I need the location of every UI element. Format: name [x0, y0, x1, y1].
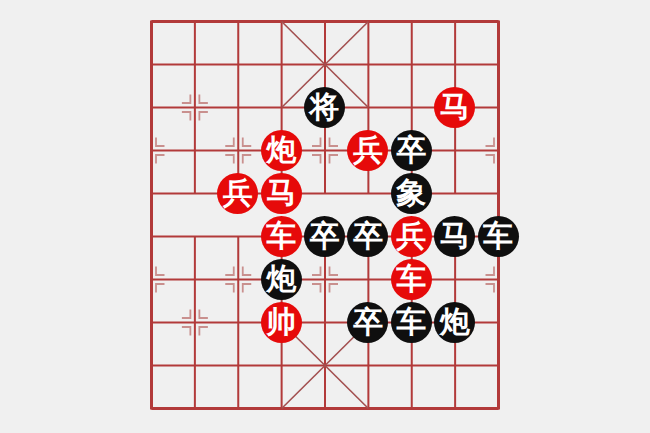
- xiangqi-board-diagram: 将马炮兵卒兵马象车卒卒兵马车炮车帅卒车炮: [0, 0, 650, 433]
- piece-red-soldier[interactable]: 兵: [347, 130, 388, 171]
- piece-red-cannon[interactable]: 炮: [261, 130, 302, 171]
- piece-black-soldier[interactable]: 卒: [347, 216, 388, 257]
- piece-black-chariot[interactable]: 车: [391, 302, 432, 343]
- piece-black-soldier[interactable]: 卒: [347, 302, 388, 343]
- piece-red-general[interactable]: 帅: [261, 302, 302, 343]
- piece-black-general[interactable]: 将: [304, 87, 345, 128]
- pieces-layer: 将马炮兵卒兵马象车卒卒兵马车炮车帅卒车炮: [129, 0, 519, 430]
- piece-black-soldier[interactable]: 卒: [304, 216, 345, 257]
- piece-black-cannon[interactable]: 炮: [434, 302, 475, 343]
- piece-red-soldier[interactable]: 兵: [391, 216, 432, 257]
- piece-red-chariot[interactable]: 车: [261, 216, 302, 257]
- piece-black-soldier[interactable]: 卒: [391, 130, 432, 171]
- piece-black-horse[interactable]: 马: [434, 216, 475, 257]
- piece-black-chariot[interactable]: 车: [478, 216, 519, 257]
- piece-red-horse[interactable]: 马: [434, 87, 475, 128]
- piece-red-horse[interactable]: 马: [261, 173, 302, 214]
- piece-black-cannon[interactable]: 炮: [261, 259, 302, 300]
- piece-red-chariot[interactable]: 车: [391, 259, 432, 300]
- piece-black-elephant[interactable]: 象: [391, 173, 432, 214]
- piece-red-soldier[interactable]: 兵: [217, 173, 258, 214]
